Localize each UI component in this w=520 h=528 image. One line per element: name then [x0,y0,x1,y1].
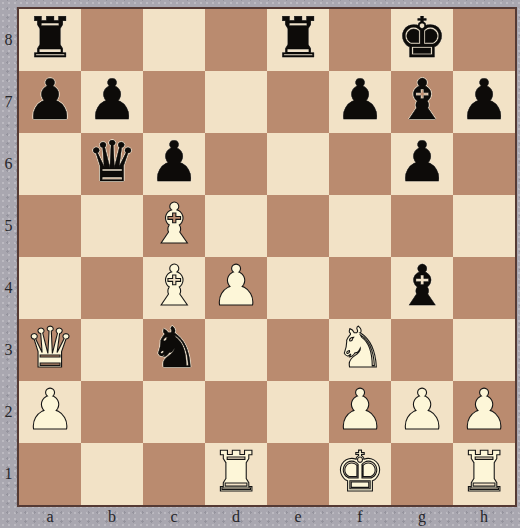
square-b1[interactable] [81,443,143,505]
square-b2[interactable] [81,381,143,443]
square-a2[interactable]: ♟︎ [19,381,81,443]
square-c5[interactable]: ♝︎ [143,195,205,257]
square-b6[interactable]: ♛︎ [81,133,143,195]
square-c8[interactable] [143,9,205,71]
square-c2[interactable] [143,381,205,443]
square-f4[interactable] [329,257,391,319]
rank-label-5: 5 [0,195,17,257]
square-d3[interactable] [205,319,267,381]
square-b3[interactable] [81,319,143,381]
square-d5[interactable] [205,195,267,257]
square-g3[interactable] [391,319,453,381]
square-f8[interactable] [329,9,391,71]
piece-black-pawn-h7[interactable]: ♟︎ [459,72,509,128]
piece-black-bishop-g4[interactable]: ♝︎ [397,258,447,314]
square-e4[interactable] [267,257,329,319]
square-g1[interactable] [391,443,453,505]
square-f5[interactable] [329,195,391,257]
square-c7[interactable] [143,71,205,133]
square-a5[interactable] [19,195,81,257]
rank-label-2: 2 [0,381,17,443]
square-a4[interactable] [19,257,81,319]
square-c1[interactable] [143,443,205,505]
piece-black-pawn-a7[interactable]: ♟︎ [25,72,75,128]
chess-diagram: 87654321 ♜︎♜︎♚︎♟︎♟︎♟︎♝︎♟︎♛︎♟︎♟︎♝︎♝︎♟︎♝︎♛… [0,0,520,528]
square-h6[interactable] [453,133,515,195]
piece-black-rook-e8[interactable]: ♜︎ [273,10,323,66]
piece-black-pawn-b7[interactable]: ♟︎ [87,72,137,128]
square-a1[interactable] [19,443,81,505]
square-g5[interactable] [391,195,453,257]
square-d4[interactable]: ♟︎ [205,257,267,319]
piece-white-pawn-a2[interactable]: ♟︎ [25,382,75,438]
square-b5[interactable] [81,195,143,257]
square-h3[interactable] [453,319,515,381]
square-d7[interactable] [205,71,267,133]
square-h8[interactable] [453,9,515,71]
square-d1[interactable]: ♜︎ [205,443,267,505]
square-g7[interactable]: ♝︎ [391,71,453,133]
square-c3[interactable]: ♞︎ [143,319,205,381]
square-c6[interactable]: ♟︎ [143,133,205,195]
square-e5[interactable] [267,195,329,257]
piece-black-pawn-f7[interactable]: ♟︎ [335,72,385,128]
piece-white-pawn-g2[interactable]: ♟︎ [397,382,447,438]
rank-label-3: 3 [0,319,17,381]
file-labels: abcdefgh [19,505,515,528]
square-b8[interactable] [81,9,143,71]
piece-white-rook-h1[interactable]: ♜︎ [459,444,509,500]
piece-black-bishop-g7[interactable]: ♝︎ [397,72,447,128]
square-d8[interactable] [205,9,267,71]
square-d6[interactable] [205,133,267,195]
piece-white-pawn-h2[interactable]: ♟︎ [459,382,509,438]
rank-labels: 87654321 [0,9,17,505]
piece-black-pawn-c6[interactable]: ♟︎ [149,134,199,190]
file-label-c: c [143,505,205,528]
square-h1[interactable]: ♜︎ [453,443,515,505]
piece-white-pawn-d4[interactable]: ♟︎ [211,258,261,314]
square-a8[interactable]: ♜︎ [19,9,81,71]
square-e6[interactable] [267,133,329,195]
file-label-e: e [267,505,329,528]
square-f2[interactable]: ♟︎ [329,381,391,443]
file-label-f: f [329,505,391,528]
file-label-a: a [19,505,81,528]
chess-board: ♜︎♜︎♚︎♟︎♟︎♟︎♝︎♟︎♛︎♟︎♟︎♝︎♝︎♟︎♝︎♛︎♞︎♞︎♟︎♟︎… [19,9,515,505]
square-c4[interactable]: ♝︎ [143,257,205,319]
piece-white-king-f1[interactable]: ♚︎ [335,444,385,500]
piece-white-knight-f3[interactable]: ♞︎ [335,320,385,376]
piece-black-rook-a8[interactable]: ♜︎ [25,10,75,66]
rank-label-6: 6 [0,133,17,195]
file-label-d: d [205,505,267,528]
square-f3[interactable]: ♞︎ [329,319,391,381]
square-h5[interactable] [453,195,515,257]
rank-label-4: 4 [0,257,17,319]
piece-black-knight-c3[interactable]: ♞︎ [149,320,199,376]
square-f6[interactable] [329,133,391,195]
piece-white-queen-a3[interactable]: ♛︎ [25,320,75,376]
piece-white-pawn-f2[interactable]: ♟︎ [335,382,385,438]
square-a3[interactable]: ♛︎ [19,319,81,381]
square-f7[interactable]: ♟︎ [329,71,391,133]
square-e3[interactable] [267,319,329,381]
square-h2[interactable]: ♟︎ [453,381,515,443]
square-e7[interactable] [267,71,329,133]
square-h4[interactable] [453,257,515,319]
piece-black-queen-b6[interactable]: ♛︎ [87,134,137,190]
piece-black-pawn-g6[interactable]: ♟︎ [397,134,447,190]
square-e1[interactable] [267,443,329,505]
rank-label-8: 8 [0,9,17,71]
square-d2[interactable] [205,381,267,443]
piece-white-rook-d1[interactable]: ♜︎ [211,444,261,500]
file-label-b: b [81,505,143,528]
square-a6[interactable] [19,133,81,195]
square-b4[interactable] [81,257,143,319]
board-frame: ♜︎♜︎♚︎♟︎♟︎♟︎♝︎♟︎♛︎♟︎♟︎♝︎♝︎♟︎♝︎♛︎♞︎♞︎♟︎♟︎… [17,7,517,507]
rank-label-1: 1 [0,443,17,505]
piece-white-bishop-c5[interactable]: ♝︎ [149,196,199,252]
square-f1[interactable]: ♚︎ [329,443,391,505]
square-e2[interactable] [267,381,329,443]
square-g6[interactable]: ♟︎ [391,133,453,195]
square-h7[interactable]: ♟︎ [453,71,515,133]
file-label-h: h [453,505,515,528]
square-b7[interactable]: ♟︎ [81,71,143,133]
square-g4[interactable]: ♝︎ [391,257,453,319]
square-a7[interactable]: ♟︎ [19,71,81,133]
square-g8[interactable]: ♚︎ [391,9,453,71]
rank-label-7: 7 [0,71,17,133]
square-g2[interactable]: ♟︎ [391,381,453,443]
piece-black-king-g8[interactable]: ♚︎ [397,10,447,66]
square-e8[interactable]: ♜︎ [267,9,329,71]
piece-white-bishop-c4[interactable]: ♝︎ [149,258,199,314]
file-label-g: g [391,505,453,528]
